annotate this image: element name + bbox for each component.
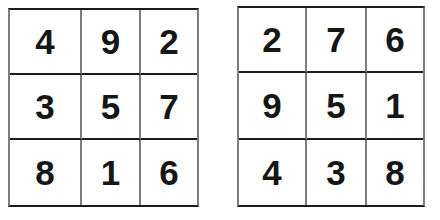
cell-r1c1: 5 — [307, 73, 367, 140]
cell-r0c0: 2 — [239, 8, 307, 73]
cell-r2c0: 4 — [239, 140, 307, 205]
cell-r2c1: 1 — [82, 140, 141, 205]
cell-r1c2: 1 — [367, 73, 423, 140]
cell-r2c0: 8 — [10, 140, 82, 205]
cell-r2c1: 3 — [307, 140, 367, 205]
magic-square-board-right: 2 7 6 9 5 1 4 3 8 — [237, 6, 425, 207]
cell-r0c2: 2 — [141, 10, 197, 75]
cell-r2c2: 6 — [141, 140, 197, 205]
cell-r1c1: 5 — [82, 75, 141, 140]
cell-r0c0: 4 — [10, 10, 82, 75]
cell-r0c1: 7 — [307, 8, 367, 73]
cell-r0c1: 9 — [82, 10, 141, 75]
cell-r2c2: 8 — [367, 140, 423, 205]
cell-r1c2: 7 — [141, 75, 197, 140]
cell-r1c0: 9 — [239, 73, 307, 140]
cell-r0c2: 6 — [367, 8, 423, 73]
cell-r1c0: 3 — [10, 75, 82, 140]
magic-square-board-left: 4 9 2 3 5 7 8 1 6 — [8, 8, 199, 207]
